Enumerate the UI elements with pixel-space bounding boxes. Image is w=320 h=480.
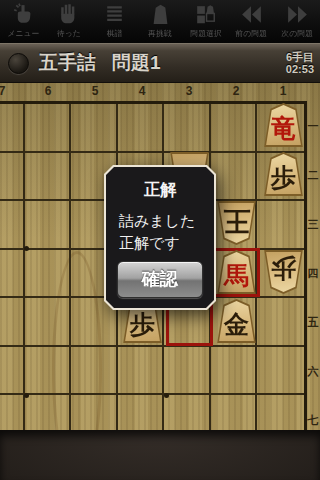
double-right-arrow-icon: [285, 2, 310, 27]
board-cell[interactable]: [25, 201, 72, 250]
record-lines-icon: [102, 2, 127, 27]
file-label-4: 4: [132, 84, 152, 98]
board-cell[interactable]: [25, 153, 72, 202]
table-background: [0, 430, 320, 480]
grid-select-icon: [193, 2, 218, 27]
file-labels: 7 6 5 4 3 2 1: [0, 83, 320, 100]
problem-number: 問題1: [112, 50, 161, 76]
board-cell[interactable]: [25, 250, 72, 299]
rank-label-6: 六: [306, 364, 320, 379]
retry-label: 再挑戦: [148, 28, 171, 39]
board-cell[interactable]: [0, 298, 25, 347]
rank-label-4: 四: [306, 266, 320, 281]
pointer-hand-icon: [10, 2, 35, 27]
board-cell[interactable]: [25, 347, 72, 396]
undo-label: 待った: [57, 28, 81, 39]
star-point: [24, 246, 29, 251]
file-label-5: 5: [85, 84, 105, 98]
board-cell[interactable]: [0, 104, 25, 153]
result-dialog: 正解 詰みました 正解です 確認: [104, 165, 216, 310]
rank-label-5: 五: [306, 315, 320, 330]
board-cell[interactable]: [25, 298, 72, 347]
next-problem-label: 次の問題: [281, 28, 312, 39]
board-cell[interactable]: [211, 104, 258, 153]
board-cell[interactable]: [164, 395, 211, 430]
board-cell[interactable]: [164, 347, 211, 396]
app-screen: メニュー 待った 棋譜 再挑戦 問題選択 前の問題 次の問題 五手詰: [0, 0, 320, 480]
file-label-1: 1: [273, 84, 293, 98]
file-label-7: 7: [0, 84, 12, 98]
file-label-3: 3: [179, 84, 199, 98]
board-cell[interactable]: [0, 201, 25, 250]
board-cell[interactable]: [25, 104, 72, 153]
menu-label: メニュー: [7, 28, 39, 39]
file-label-6: 6: [38, 84, 58, 98]
shogi-piece-icon: [148, 2, 173, 27]
stop-palm-icon: [56, 2, 81, 27]
board-cell[interactable]: [71, 395, 118, 430]
board-cell[interactable]: [211, 395, 258, 430]
board-cell[interactable]: [0, 250, 25, 299]
board-cell[interactable]: [71, 104, 118, 153]
next-problem-button[interactable]: 次の問題: [274, 0, 320, 43]
problem-select-button[interactable]: 問題選択: [183, 0, 229, 43]
board-cell[interactable]: [164, 104, 211, 153]
board-cell[interactable]: [0, 347, 25, 396]
board-cell[interactable]: [257, 395, 304, 430]
board-cell[interactable]: [211, 347, 258, 396]
dialog-message: 詰みました 正解です: [119, 210, 202, 254]
dialog-message-line1: 詰みました: [119, 210, 202, 232]
board-cell[interactable]: [118, 104, 165, 153]
prev-problem-label: 前の問題: [236, 28, 267, 39]
title-bar: 五手詰 問題1 6手目 02:53: [0, 43, 320, 83]
confirm-button[interactable]: 確認: [117, 261, 203, 298]
star-point: [164, 393, 169, 398]
menu-button[interactable]: メニュー: [0, 0, 46, 43]
file-label-2: 2: [226, 84, 246, 98]
board-cell[interactable]: [25, 395, 72, 430]
star-point: [24, 393, 29, 398]
status-block: 6手目 02:53: [286, 51, 314, 75]
double-left-arrow-icon: [239, 2, 264, 27]
board-cell[interactable]: [257, 298, 304, 347]
board-cell[interactable]: [118, 347, 165, 396]
board-cell[interactable]: [257, 347, 304, 396]
board-cell[interactable]: [211, 153, 258, 202]
elapsed-timer: 02:53: [286, 63, 314, 75]
board-cell[interactable]: [71, 347, 118, 396]
undo-button[interactable]: 待った: [46, 0, 92, 43]
rank-label-2: 二: [306, 168, 320, 183]
dialog-title: 正解: [106, 167, 214, 201]
turn-indicator-lamp: [8, 53, 29, 74]
puzzle-type-title: 五手詰: [39, 50, 96, 76]
problem-select-label: 問題選択: [190, 28, 221, 39]
toolbar: メニュー 待った 棋譜 再挑戦 問題選択 前の問題 次の問題: [0, 0, 320, 44]
board-cell[interactable]: [118, 395, 165, 430]
board-cell[interactable]: [0, 395, 25, 430]
dialog-message-line2: 正解です: [119, 232, 202, 254]
record-button[interactable]: 棋譜: [91, 0, 137, 43]
board-cell[interactable]: [257, 201, 304, 250]
board-cell[interactable]: [0, 153, 25, 202]
rank-label-7: 七: [306, 413, 320, 428]
rank-label-3: 三: [306, 217, 320, 232]
move-counter: 6手目: [286, 51, 314, 63]
rank-label-1: 一: [306, 119, 320, 134]
retry-button[interactable]: 再挑戦: [137, 0, 183, 43]
prev-problem-button[interactable]: 前の問題: [229, 0, 275, 43]
record-label: 棋譜: [106, 28, 122, 39]
